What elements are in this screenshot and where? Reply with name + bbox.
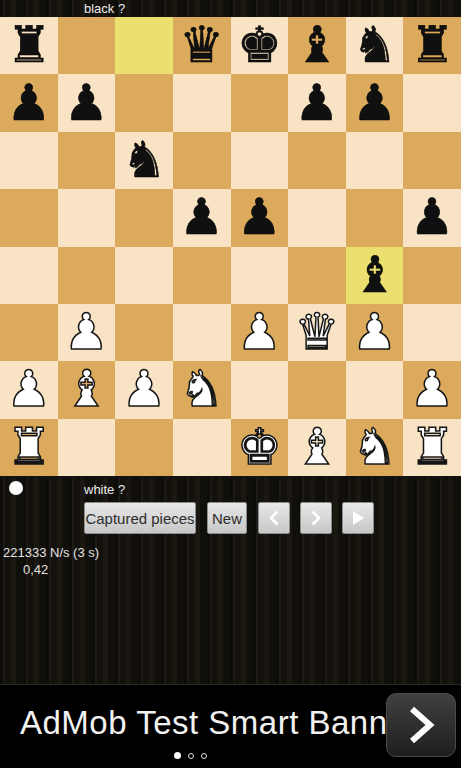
captured-pieces-button[interactable]: Captured pieces — [84, 502, 196, 534]
square-a3[interactable] — [0, 304, 58, 361]
square-c5[interactable] — [115, 189, 173, 246]
square-e1[interactable]: ♚︎ — [231, 419, 289, 476]
black-rook[interactable]: ♜︎ — [410, 17, 455, 74]
square-d8[interactable]: ♛︎ — [173, 17, 231, 74]
white-pawn[interactable]: ♟︎ — [6, 361, 51, 418]
square-a5[interactable] — [0, 189, 58, 246]
square-a8[interactable]: ♜︎ — [0, 17, 58, 74]
ad-cta-button[interactable] — [386, 693, 456, 757]
square-d1[interactable] — [173, 419, 231, 476]
square-h7[interactable] — [403, 74, 461, 131]
square-g5[interactable] — [346, 189, 404, 246]
square-f4[interactable] — [288, 247, 346, 304]
square-b2[interactable]: ♝︎ — [58, 361, 116, 418]
square-g3[interactable]: ♟︎ — [346, 304, 404, 361]
square-f3[interactable]: ♛︎ — [288, 304, 346, 361]
square-a7[interactable]: ♟︎ — [0, 74, 58, 131]
square-d2[interactable]: ♞︎ — [173, 361, 231, 418]
square-c8[interactable] — [115, 17, 173, 74]
white-knight[interactable]: ♞︎ — [179, 361, 224, 418]
square-c3[interactable] — [115, 304, 173, 361]
black-knight[interactable]: ♞︎ — [352, 17, 397, 74]
black-pawn[interactable]: ♟︎ — [237, 189, 282, 246]
engine-eval: 0,42 — [23, 562, 48, 577]
black-king[interactable]: ♚︎ — [237, 17, 282, 74]
engine-nps: 221333 N/s (3 s) — [3, 545, 99, 560]
black-bishop[interactable]: ♝︎ — [352, 247, 397, 304]
square-b1[interactable] — [58, 419, 116, 476]
ad-banner[interactable]: AdMob Test Smart Banner — [0, 684, 461, 768]
square-d6[interactable] — [173, 132, 231, 189]
black-rook[interactable]: ♜︎ — [6, 17, 51, 74]
square-f5[interactable] — [288, 189, 346, 246]
controls-panel: white ? Captured pieces New 221333 N/s (… — [0, 478, 461, 684]
square-d4[interactable] — [173, 247, 231, 304]
square-h8[interactable]: ♜︎ — [403, 17, 461, 74]
top-bar: black ? — [0, 0, 461, 17]
square-h3[interactable] — [403, 304, 461, 361]
square-b6[interactable] — [58, 132, 116, 189]
black-queen[interactable]: ♛︎ — [179, 17, 224, 74]
white-queen[interactable]: ♛︎ — [295, 304, 340, 361]
square-b7[interactable]: ♟︎ — [58, 74, 116, 131]
black-pawn[interactable]: ♟︎ — [6, 75, 51, 132]
square-h2[interactable]: ♟︎ — [403, 361, 461, 418]
white-pawn[interactable]: ♟︎ — [64, 304, 109, 361]
chess-board[interactable]: ♜︎♛︎♚︎♝︎♞︎♜︎♟︎♟︎♟︎♟︎♞︎♟︎♟︎♟︎♝︎♟︎♟︎♛︎♟︎♟︎… — [0, 17, 461, 478]
square-f2[interactable] — [288, 361, 346, 418]
square-g4[interactable]: ♝︎ — [346, 247, 404, 304]
white-bishop[interactable]: ♝︎ — [64, 361, 109, 418]
chevron-right-icon — [309, 509, 323, 527]
next-move-button[interactable] — [300, 502, 332, 534]
white-rook[interactable]: ♜︎ — [410, 419, 455, 476]
new-game-button[interactable]: New — [207, 502, 247, 534]
square-d3[interactable] — [173, 304, 231, 361]
square-c6[interactable]: ♞︎ — [115, 132, 173, 189]
white-pawn[interactable]: ♟︎ — [352, 304, 397, 361]
square-a6[interactable] — [0, 132, 58, 189]
square-b4[interactable] — [58, 247, 116, 304]
chevron-left-icon — [267, 509, 281, 527]
pager-dot-2 — [188, 753, 194, 759]
square-b8[interactable] — [58, 17, 116, 74]
square-d7[interactable] — [173, 74, 231, 131]
square-c4[interactable] — [115, 247, 173, 304]
black-bishop[interactable]: ♝︎ — [295, 17, 340, 74]
square-a1[interactable]: ♜︎ — [0, 419, 58, 476]
square-f6[interactable] — [288, 132, 346, 189]
square-a2[interactable]: ♟︎ — [0, 361, 58, 418]
ad-banner-text[interactable]: AdMob Test Smart Banner — [20, 704, 418, 742]
square-g6[interactable] — [346, 132, 404, 189]
white-knight[interactable]: ♞︎ — [352, 419, 397, 476]
prev-move-button[interactable] — [258, 502, 290, 534]
square-e3[interactable]: ♟︎ — [231, 304, 289, 361]
black-player-label: black ? — [84, 1, 125, 16]
square-e4[interactable] — [231, 247, 289, 304]
white-rook[interactable]: ♜︎ — [6, 419, 51, 476]
square-c7[interactable] — [115, 74, 173, 131]
square-g7[interactable]: ♟︎ — [346, 74, 404, 131]
square-e2[interactable] — [231, 361, 289, 418]
white-pawn[interactable]: ♟︎ — [122, 361, 167, 418]
play-button[interactable] — [342, 502, 374, 534]
black-pawn[interactable]: ♟︎ — [295, 75, 340, 132]
square-e6[interactable] — [231, 132, 289, 189]
white-player-label: white ? — [84, 482, 125, 497]
square-b5[interactable] — [58, 189, 116, 246]
black-pawn[interactable]: ♟︎ — [352, 75, 397, 132]
white-bishop[interactable]: ♝︎ — [295, 419, 340, 476]
square-d5[interactable]: ♟︎ — [173, 189, 231, 246]
pager-dot-3 — [201, 753, 207, 759]
square-b3[interactable]: ♟︎ — [58, 304, 116, 361]
square-g8[interactable]: ♞︎ — [346, 17, 404, 74]
white-king[interactable]: ♚︎ — [237, 419, 282, 476]
pager-dots — [174, 752, 207, 759]
turn-indicator-circle — [9, 481, 23, 495]
square-e5[interactable]: ♟︎ — [231, 189, 289, 246]
pager-dot-1 — [174, 752, 181, 759]
square-f8[interactable]: ♝︎ — [288, 17, 346, 74]
square-c1[interactable] — [115, 419, 173, 476]
square-g1[interactable]: ♞︎ — [346, 419, 404, 476]
black-knight[interactable]: ♞︎ — [122, 132, 167, 189]
white-pawn[interactable]: ♟︎ — [410, 361, 455, 418]
square-e7[interactable] — [231, 74, 289, 131]
play-icon — [350, 509, 366, 527]
square-a4[interactable] — [0, 247, 58, 304]
square-h5[interactable]: ♟︎ — [403, 189, 461, 246]
square-f1[interactable]: ♝︎ — [288, 419, 346, 476]
black-pawn[interactable]: ♟︎ — [179, 189, 224, 246]
white-pawn[interactable]: ♟︎ — [237, 304, 282, 361]
square-e8[interactable]: ♚︎ — [231, 17, 289, 74]
square-h6[interactable] — [403, 132, 461, 189]
black-pawn[interactable]: ♟︎ — [64, 75, 109, 132]
square-h1[interactable]: ♜︎ — [403, 419, 461, 476]
square-c2[interactable]: ♟︎ — [115, 361, 173, 418]
chevron-right-icon — [405, 704, 437, 746]
square-f7[interactable]: ♟︎ — [288, 74, 346, 131]
black-pawn[interactable]: ♟︎ — [410, 189, 455, 246]
square-h4[interactable] — [403, 247, 461, 304]
square-g2[interactable] — [346, 361, 404, 418]
